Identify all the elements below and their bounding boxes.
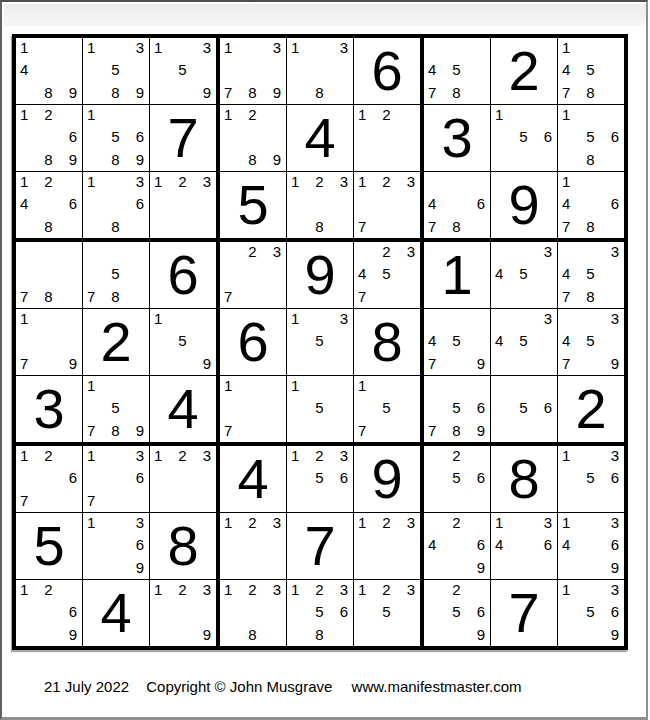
cell-r3c7[interactable]: 4678 bbox=[424, 172, 491, 242]
candidate-6: 6 bbox=[69, 129, 77, 146]
page-top-strip bbox=[4, 4, 646, 26]
candidate-1: 1 bbox=[291, 378, 299, 395]
candidate-8: 8 bbox=[44, 85, 52, 102]
cell-r1c6[interactable]: 6 bbox=[354, 38, 424, 105]
candidate-grid: 1238 bbox=[220, 580, 286, 646]
cell-r4c8[interactable]: 345 bbox=[491, 242, 558, 309]
candidate-1: 1 bbox=[20, 107, 28, 124]
candidate-4: 4 bbox=[562, 266, 570, 283]
candidate-8: 8 bbox=[248, 85, 256, 102]
cell-r8c4[interactable]: 123 bbox=[220, 513, 287, 580]
candidate-grid: 56789 bbox=[424, 376, 490, 442]
candidate-1: 1 bbox=[20, 40, 28, 57]
candidate-6: 6 bbox=[477, 537, 485, 554]
cell-r8c7[interactable]: 2469 bbox=[424, 513, 491, 580]
candidate-3: 3 bbox=[203, 174, 211, 191]
candidate-9: 9 bbox=[477, 627, 485, 644]
candidate-8: 8 bbox=[586, 289, 594, 306]
candidate-grid: 12689 bbox=[16, 105, 82, 171]
cell-r4c5[interactable]: 9 bbox=[287, 242, 354, 309]
candidate-grid: 1238 bbox=[287, 172, 353, 238]
candidate-7: 7 bbox=[562, 85, 570, 102]
sudoku-board: 1489135891359137891386457821457812689156… bbox=[12, 34, 628, 650]
candidate-grid: 1359 bbox=[150, 38, 216, 104]
solved-digit: 6 bbox=[167, 247, 198, 303]
candidate-1: 1 bbox=[562, 448, 570, 465]
candidate-5: 5 bbox=[519, 129, 527, 146]
candidate-6: 6 bbox=[69, 196, 77, 213]
candidate-grid: 123 bbox=[220, 513, 286, 579]
candidate-9: 9 bbox=[136, 152, 144, 169]
candidate-7: 7 bbox=[358, 219, 366, 236]
cell-r3c5[interactable]: 1238 bbox=[287, 172, 354, 242]
candidate-grid: 12 bbox=[354, 105, 420, 171]
candidate-9: 9 bbox=[203, 85, 211, 102]
candidate-2: 2 bbox=[452, 582, 460, 599]
candidate-grid: 1369 bbox=[83, 513, 149, 579]
cell-r8c5[interactable]: 7 bbox=[287, 513, 354, 580]
candidate-grid: 159 bbox=[150, 309, 216, 375]
candidate-3: 3 bbox=[340, 174, 348, 191]
candidate-grid: 1237 bbox=[354, 172, 420, 238]
candidate-6: 6 bbox=[136, 196, 144, 213]
candidate-1: 1 bbox=[224, 582, 232, 599]
cell-r8c3[interactable]: 8 bbox=[150, 513, 220, 580]
candidate-grid: 4579 bbox=[424, 309, 490, 375]
candidate-1: 1 bbox=[358, 107, 366, 124]
cell-r2c5[interactable]: 4 bbox=[287, 105, 354, 172]
candidate-2: 2 bbox=[382, 174, 390, 191]
cell-r7c5[interactable]: 12356 bbox=[287, 446, 354, 513]
cell-r9c8[interactable]: 7 bbox=[491, 580, 558, 646]
candidate-9: 9 bbox=[477, 560, 485, 577]
candidate-8: 8 bbox=[44, 152, 52, 169]
page-frame: 1489135891359137891386457821457812689156… bbox=[0, 0, 648, 720]
candidate-grid: 123 bbox=[150, 446, 216, 512]
candidate-3: 3 bbox=[340, 448, 348, 465]
candidate-grid: 34579 bbox=[558, 309, 624, 375]
cell-r6c9[interactable]: 2 bbox=[558, 376, 624, 446]
candidate-8: 8 bbox=[111, 423, 119, 440]
candidate-grid: 237 bbox=[220, 242, 286, 308]
candidate-5: 5 bbox=[382, 604, 390, 621]
candidate-9: 9 bbox=[477, 423, 485, 440]
candidate-1: 1 bbox=[87, 448, 95, 465]
cell-r6c3[interactable]: 4 bbox=[150, 376, 220, 446]
cell-r1c1[interactable]: 1489 bbox=[16, 38, 83, 105]
candidate-6: 6 bbox=[544, 537, 552, 554]
candidate-5: 5 bbox=[111, 62, 119, 79]
cell-r7c8[interactable]: 8 bbox=[491, 446, 558, 513]
candidate-1: 1 bbox=[495, 107, 503, 124]
candidate-7: 7 bbox=[224, 289, 232, 306]
cell-r6c6[interactable]: 157 bbox=[354, 376, 424, 446]
solved-digit: 3 bbox=[33, 381, 64, 437]
cell-r8c2[interactable]: 1369 bbox=[83, 513, 150, 580]
candidate-grid: 1568 bbox=[558, 105, 624, 171]
cell-r3c1[interactable]: 12468 bbox=[16, 172, 83, 242]
solved-digit: 4 bbox=[167, 381, 198, 437]
candidate-7: 7 bbox=[428, 85, 436, 102]
cell-r7c2[interactable]: 1367 bbox=[83, 446, 150, 513]
cell-r3c3[interactable]: 123 bbox=[150, 172, 220, 242]
candidate-2: 2 bbox=[44, 174, 52, 191]
solved-digit: 4 bbox=[237, 451, 268, 507]
candidate-4: 4 bbox=[495, 333, 503, 350]
cell-r9c6[interactable]: 1235 bbox=[354, 580, 424, 646]
candidate-2: 2 bbox=[178, 448, 186, 465]
solved-digit: 4 bbox=[100, 585, 131, 641]
cell-r6c7[interactable]: 56789 bbox=[424, 376, 491, 446]
cell-r2c3[interactable]: 7 bbox=[150, 105, 220, 172]
solved-digit: 2 bbox=[575, 381, 606, 437]
candidate-1: 1 bbox=[358, 174, 366, 191]
candidate-grid: 123 bbox=[354, 513, 420, 579]
cell-r2c2[interactable]: 15689 bbox=[83, 105, 150, 172]
cell-r7c4[interactable]: 4 bbox=[220, 446, 287, 513]
cell-r9c5[interactable]: 123568 bbox=[287, 580, 354, 646]
candidate-1: 1 bbox=[20, 582, 28, 599]
cell-r8c6[interactable]: 123 bbox=[354, 513, 424, 580]
candidate-7: 7 bbox=[224, 423, 232, 440]
candidate-1: 1 bbox=[291, 40, 299, 57]
candidate-4: 4 bbox=[562, 333, 570, 350]
cell-r6c2[interactable]: 15789 bbox=[83, 376, 150, 446]
candidate-2: 2 bbox=[248, 107, 256, 124]
candidate-grid: 17 bbox=[220, 376, 286, 442]
candidate-7: 7 bbox=[20, 289, 28, 306]
candidate-grid: 156 bbox=[491, 105, 557, 171]
candidate-4: 4 bbox=[562, 196, 570, 213]
candidate-9: 9 bbox=[136, 560, 144, 577]
candidate-grid: 1269 bbox=[16, 580, 82, 646]
candidate-grid: 1367 bbox=[83, 446, 149, 512]
candidate-grid: 138 bbox=[287, 38, 353, 104]
candidate-6: 6 bbox=[340, 470, 348, 487]
cell-r3c9[interactable]: 14678 bbox=[558, 172, 624, 242]
candidate-4: 4 bbox=[495, 266, 503, 283]
candidate-4: 4 bbox=[358, 266, 366, 283]
candidate-5: 5 bbox=[452, 400, 460, 417]
candidate-1: 1 bbox=[20, 448, 28, 465]
candidate-3: 3 bbox=[611, 582, 619, 599]
candidate-2: 2 bbox=[178, 582, 186, 599]
candidate-1: 1 bbox=[20, 174, 28, 191]
candidate-grid: 2469 bbox=[424, 513, 490, 579]
candidate-6: 6 bbox=[611, 196, 619, 213]
candidate-2: 2 bbox=[382, 515, 390, 532]
solved-digit: 3 bbox=[441, 110, 472, 166]
cell-r9c4[interactable]: 1238 bbox=[220, 580, 287, 646]
candidate-grid: 13469 bbox=[558, 513, 624, 579]
candidate-2: 2 bbox=[315, 448, 323, 465]
candidate-3: 3 bbox=[273, 244, 281, 261]
cell-r6c4[interactable]: 17 bbox=[220, 376, 287, 446]
candidate-8: 8 bbox=[248, 152, 256, 169]
candidate-9: 9 bbox=[203, 627, 211, 644]
candidate-3: 3 bbox=[407, 244, 415, 261]
candidate-3: 3 bbox=[544, 244, 552, 261]
cell-r2c9[interactable]: 1568 bbox=[558, 105, 624, 172]
solved-digit: 5 bbox=[33, 518, 64, 574]
candidate-1: 1 bbox=[562, 515, 570, 532]
candidate-8: 8 bbox=[315, 219, 323, 236]
cell-r7c3[interactable]: 123 bbox=[150, 446, 220, 513]
cell-r4c7[interactable]: 1 bbox=[424, 242, 491, 309]
candidate-grid: 1489 bbox=[16, 38, 82, 104]
candidate-2: 2 bbox=[315, 582, 323, 599]
candidate-grid: 1356 bbox=[558, 446, 624, 512]
cell-r5c6[interactable]: 8 bbox=[354, 309, 424, 376]
candidate-3: 3 bbox=[203, 448, 211, 465]
cell-r4c4[interactable]: 237 bbox=[220, 242, 287, 309]
candidate-1: 1 bbox=[87, 40, 95, 57]
candidate-grid: 13589 bbox=[83, 38, 149, 104]
candidate-5: 5 bbox=[519, 400, 527, 417]
candidate-9: 9 bbox=[203, 356, 211, 373]
candidate-1: 1 bbox=[154, 311, 162, 328]
solved-digit: 5 bbox=[237, 177, 268, 233]
candidate-7: 7 bbox=[87, 289, 95, 306]
cell-r5c7[interactable]: 4579 bbox=[424, 309, 491, 376]
candidate-5: 5 bbox=[315, 333, 323, 350]
candidate-8: 8 bbox=[44, 289, 52, 306]
cell-r2c4[interactable]: 1289 bbox=[220, 105, 287, 172]
cell-r4c9[interactable]: 34578 bbox=[558, 242, 624, 309]
candidate-4: 4 bbox=[562, 62, 570, 79]
cell-r5c8[interactable]: 345 bbox=[491, 309, 558, 376]
candidate-5: 5 bbox=[178, 333, 186, 350]
cell-r1c3[interactable]: 1359 bbox=[150, 38, 220, 105]
candidate-6: 6 bbox=[477, 470, 485, 487]
candidate-3: 3 bbox=[611, 244, 619, 261]
candidate-6: 6 bbox=[477, 604, 485, 621]
candidate-grid: 157 bbox=[354, 376, 420, 442]
candidate-5: 5 bbox=[178, 62, 186, 79]
candidate-6: 6 bbox=[544, 129, 552, 146]
candidate-8: 8 bbox=[452, 423, 460, 440]
candidate-grid: 13569 bbox=[558, 580, 624, 646]
cell-r2c7[interactable]: 3 bbox=[424, 105, 491, 172]
candidate-8: 8 bbox=[315, 85, 323, 102]
candidate-5: 5 bbox=[315, 470, 323, 487]
candidate-2: 2 bbox=[315, 174, 323, 191]
cell-r1c4[interactable]: 13789 bbox=[220, 38, 287, 105]
candidate-7: 7 bbox=[562, 219, 570, 236]
candidate-3: 3 bbox=[340, 582, 348, 599]
candidate-4: 4 bbox=[428, 196, 436, 213]
candidate-1: 1 bbox=[87, 515, 95, 532]
candidate-7: 7 bbox=[428, 356, 436, 373]
candidate-8: 8 bbox=[315, 627, 323, 644]
solved-digit: 9 bbox=[508, 177, 539, 233]
cell-r5c5[interactable]: 135 bbox=[287, 309, 354, 376]
candidate-1: 1 bbox=[495, 515, 503, 532]
cell-r3c8[interactable]: 9 bbox=[491, 172, 558, 242]
candidate-2: 2 bbox=[44, 448, 52, 465]
candidate-8: 8 bbox=[452, 219, 460, 236]
candidate-3: 3 bbox=[273, 582, 281, 599]
candidate-9: 9 bbox=[611, 356, 619, 373]
footer-copyright: Copyright © John Musgrave bbox=[146, 678, 332, 695]
candidate-5: 5 bbox=[519, 266, 527, 283]
candidate-5: 5 bbox=[111, 266, 119, 283]
candidate-1: 1 bbox=[154, 174, 162, 191]
cell-r5c1[interactable]: 179 bbox=[16, 309, 83, 376]
candidate-2: 2 bbox=[248, 582, 256, 599]
candidate-8: 8 bbox=[586, 219, 594, 236]
candidate-grid: 1346 bbox=[491, 513, 557, 579]
cell-r7c1[interactable]: 1267 bbox=[16, 446, 83, 513]
candidate-4: 4 bbox=[20, 62, 28, 79]
candidate-6: 6 bbox=[136, 129, 144, 146]
solved-digit: 7 bbox=[304, 518, 335, 574]
candidate-5: 5 bbox=[452, 470, 460, 487]
cell-r4c3[interactable]: 6 bbox=[150, 242, 220, 309]
cell-r1c7[interactable]: 4578 bbox=[424, 38, 491, 105]
candidate-6: 6 bbox=[477, 196, 485, 213]
candidate-3: 3 bbox=[136, 515, 144, 532]
cell-r8c8[interactable]: 1346 bbox=[491, 513, 558, 580]
cell-r9c9[interactable]: 13569 bbox=[558, 580, 624, 646]
cell-r8c9[interactable]: 13469 bbox=[558, 513, 624, 580]
candidate-9: 9 bbox=[136, 85, 144, 102]
candidate-8: 8 bbox=[452, 85, 460, 102]
candidate-1: 1 bbox=[291, 582, 299, 599]
cell-r9c2[interactable]: 4 bbox=[83, 580, 150, 646]
cell-r1c8[interactable]: 2 bbox=[491, 38, 558, 105]
solved-digit: 8 bbox=[508, 451, 539, 507]
candidate-grid: 56 bbox=[491, 376, 557, 442]
cell-r4c2[interactable]: 578 bbox=[83, 242, 150, 309]
candidate-grid: 2569 bbox=[424, 580, 490, 646]
cell-r7c7[interactable]: 256 bbox=[424, 446, 491, 513]
candidate-2: 2 bbox=[452, 448, 460, 465]
candidate-6: 6 bbox=[477, 400, 485, 417]
candidate-2: 2 bbox=[248, 515, 256, 532]
candidate-6: 6 bbox=[544, 400, 552, 417]
cell-r9c1[interactable]: 1269 bbox=[16, 580, 83, 646]
candidate-5: 5 bbox=[315, 400, 323, 417]
candidate-grid: 256 bbox=[424, 446, 490, 512]
candidate-5: 5 bbox=[452, 604, 460, 621]
candidate-1: 1 bbox=[291, 174, 299, 191]
candidate-8: 8 bbox=[111, 85, 119, 102]
candidate-grid: 78 bbox=[16, 242, 82, 308]
cell-r1c2[interactable]: 13589 bbox=[83, 38, 150, 105]
cell-r5c4[interactable]: 6 bbox=[220, 309, 287, 376]
candidate-grid: 4678 bbox=[424, 172, 490, 238]
candidate-6: 6 bbox=[340, 604, 348, 621]
candidate-grid: 13789 bbox=[220, 38, 286, 104]
footer-website: www.manifestmaster.com bbox=[352, 678, 522, 695]
cell-r1c9[interactable]: 14578 bbox=[558, 38, 624, 105]
candidate-grid: 179 bbox=[16, 309, 82, 375]
candidate-grid: 15789 bbox=[83, 376, 149, 442]
candidate-4: 4 bbox=[428, 62, 436, 79]
cell-r5c9[interactable]: 34579 bbox=[558, 309, 624, 376]
candidate-6: 6 bbox=[611, 537, 619, 554]
candidate-9: 9 bbox=[611, 627, 619, 644]
candidate-4: 4 bbox=[495, 537, 503, 554]
cell-r3c6[interactable]: 1237 bbox=[354, 172, 424, 242]
candidate-2: 2 bbox=[178, 174, 186, 191]
candidate-5: 5 bbox=[586, 266, 594, 283]
cell-r2c8[interactable]: 156 bbox=[491, 105, 558, 172]
footer: 21 July 2022 Copyright © John Musgrave w… bbox=[44, 678, 522, 695]
candidate-5: 5 bbox=[586, 333, 594, 350]
solved-digit: 4 bbox=[304, 110, 335, 166]
cell-r7c9[interactable]: 1356 bbox=[558, 446, 624, 513]
candidate-2: 2 bbox=[248, 244, 256, 261]
candidate-5: 5 bbox=[586, 62, 594, 79]
cell-r3c4[interactable]: 5 bbox=[220, 172, 287, 242]
candidate-5: 5 bbox=[586, 470, 594, 487]
cell-r6c8[interactable]: 56 bbox=[491, 376, 558, 446]
candidate-9: 9 bbox=[477, 356, 485, 373]
candidate-1: 1 bbox=[358, 582, 366, 599]
candidate-9: 9 bbox=[69, 627, 77, 644]
candidate-5: 5 bbox=[519, 333, 527, 350]
candidate-7: 7 bbox=[224, 85, 232, 102]
cell-r6c5[interactable]: 15 bbox=[287, 376, 354, 446]
candidate-8: 8 bbox=[111, 219, 119, 236]
footer-date: 21 July 2022 bbox=[44, 678, 129, 695]
candidate-1: 1 bbox=[562, 582, 570, 599]
candidate-5: 5 bbox=[586, 129, 594, 146]
solved-digit: 9 bbox=[371, 451, 402, 507]
candidate-grid: 14678 bbox=[558, 172, 624, 238]
cell-r3c2[interactable]: 1368 bbox=[83, 172, 150, 242]
cell-r5c3[interactable]: 159 bbox=[150, 309, 220, 376]
candidate-8: 8 bbox=[44, 219, 52, 236]
candidate-6: 6 bbox=[611, 470, 619, 487]
cell-r8c1[interactable]: 5 bbox=[16, 513, 83, 580]
cell-r6c1[interactable]: 3 bbox=[16, 376, 83, 446]
cell-r4c6[interactable]: 23457 bbox=[354, 242, 424, 309]
candidate-1: 1 bbox=[20, 311, 28, 328]
candidate-grid: 123 bbox=[150, 172, 216, 238]
cell-r2c1[interactable]: 12689 bbox=[16, 105, 83, 172]
cell-r7c6[interactable]: 9 bbox=[354, 446, 424, 513]
candidate-9: 9 bbox=[611, 560, 619, 577]
candidate-7: 7 bbox=[20, 356, 28, 373]
candidate-grid: 1289 bbox=[220, 105, 286, 171]
candidate-3: 3 bbox=[544, 515, 552, 532]
cell-r9c3[interactable]: 1239 bbox=[150, 580, 220, 646]
candidate-8: 8 bbox=[586, 152, 594, 169]
candidate-7: 7 bbox=[87, 423, 95, 440]
candidate-1: 1 bbox=[291, 448, 299, 465]
candidate-3: 3 bbox=[136, 174, 144, 191]
candidate-grid: 14578 bbox=[558, 38, 624, 104]
candidate-9: 9 bbox=[273, 85, 281, 102]
candidate-4: 4 bbox=[428, 537, 436, 554]
candidate-8: 8 bbox=[111, 152, 119, 169]
candidate-grid: 1235 bbox=[354, 580, 420, 646]
cell-r4c1[interactable]: 78 bbox=[16, 242, 83, 309]
candidate-2: 2 bbox=[382, 582, 390, 599]
candidate-8: 8 bbox=[111, 289, 119, 306]
cell-r5c2[interactable]: 2 bbox=[83, 309, 150, 376]
cell-r9c7[interactable]: 2569 bbox=[424, 580, 491, 646]
candidate-9: 9 bbox=[69, 85, 77, 102]
candidate-3: 3 bbox=[273, 515, 281, 532]
candidate-3: 3 bbox=[611, 311, 619, 328]
cell-r2c6[interactable]: 12 bbox=[354, 105, 424, 172]
candidate-7: 7 bbox=[358, 423, 366, 440]
cell-r1c5[interactable]: 138 bbox=[287, 38, 354, 105]
